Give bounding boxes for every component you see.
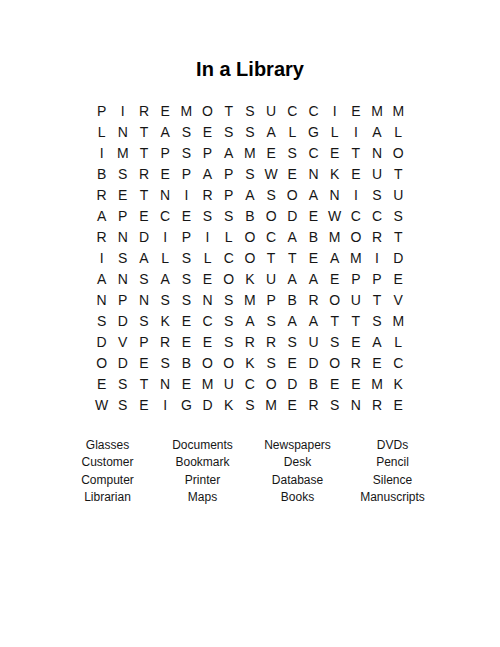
grid-cell: P bbox=[176, 226, 197, 247]
grid-cell: S bbox=[261, 310, 282, 331]
grid-cell: R bbox=[197, 184, 218, 205]
grid-cell: I bbox=[91, 142, 112, 163]
grid-cell: E bbox=[345, 331, 366, 352]
grid-cell: O bbox=[197, 352, 218, 373]
grid-cell: O bbox=[261, 373, 282, 394]
grid-cell: A bbox=[91, 268, 112, 289]
grid-cell: N bbox=[91, 289, 112, 310]
grid-cell: R bbox=[91, 184, 112, 205]
grid-cell: P bbox=[91, 100, 112, 121]
grid-cell: R bbox=[345, 352, 366, 373]
grid-cell: D bbox=[388, 247, 409, 268]
grid-cell: M bbox=[197, 373, 218, 394]
grid-cell: C bbox=[366, 205, 387, 226]
word-list-item: Customer bbox=[60, 455, 155, 469]
grid-cell: T bbox=[388, 226, 409, 247]
grid-cell: S bbox=[282, 331, 303, 352]
grid-cell: A bbox=[197, 163, 218, 184]
grid-cell: S bbox=[324, 394, 345, 415]
grid-cell: O bbox=[261, 205, 282, 226]
grid-cell: D bbox=[282, 373, 303, 394]
word-list-item: Books bbox=[250, 490, 345, 504]
grid-cell: R bbox=[303, 289, 324, 310]
grid-cell: I bbox=[197, 226, 218, 247]
grid-cell: M bbox=[176, 100, 197, 121]
grid-cell: E bbox=[282, 394, 303, 415]
grid-cell: S bbox=[112, 163, 133, 184]
grid-cell: S bbox=[155, 289, 176, 310]
grid-cell: U bbox=[345, 289, 366, 310]
grid-cell: R bbox=[155, 331, 176, 352]
grid-cell: N bbox=[112, 226, 133, 247]
grid-cell: E bbox=[176, 373, 197, 394]
grid-cell: O bbox=[218, 268, 239, 289]
grid-cell: R bbox=[133, 163, 154, 184]
grid-cell: G bbox=[303, 121, 324, 142]
grid-cell: W bbox=[324, 205, 345, 226]
grid-cell: M bbox=[366, 373, 387, 394]
grid-cell: D bbox=[112, 310, 133, 331]
grid-cell: A bbox=[133, 247, 154, 268]
word-list-item: Desk bbox=[250, 455, 345, 469]
grid-cell: T bbox=[388, 163, 409, 184]
grid-cell: S bbox=[112, 394, 133, 415]
grid-cell: S bbox=[133, 268, 154, 289]
grid-cell: B bbox=[176, 352, 197, 373]
word-list-item: Bookmark bbox=[155, 455, 250, 469]
grid-cell: I bbox=[155, 394, 176, 415]
word-list-item: Librarian bbox=[60, 490, 155, 504]
grid-cell: S bbox=[197, 205, 218, 226]
grid-cell: N bbox=[366, 142, 387, 163]
grid-cell: T bbox=[218, 100, 239, 121]
word-list-item: Pencil bbox=[345, 455, 440, 469]
grid-cell: O bbox=[218, 352, 239, 373]
grid-cell: N bbox=[303, 163, 324, 184]
grid-cell: E bbox=[176, 331, 197, 352]
grid-cell: E bbox=[303, 205, 324, 226]
grid-cell: S bbox=[176, 142, 197, 163]
grid-cell: E bbox=[388, 394, 409, 415]
grid-cell: S bbox=[91, 310, 112, 331]
word-list-item: Glasses bbox=[60, 438, 155, 452]
grid-cell: P bbox=[112, 289, 133, 310]
grid-cell: E bbox=[176, 205, 197, 226]
grid-cell: S bbox=[239, 394, 260, 415]
grid-cell: M bbox=[239, 289, 260, 310]
grid-cell: G bbox=[176, 394, 197, 415]
grid-cell: A bbox=[218, 142, 239, 163]
grid-cell: C bbox=[197, 310, 218, 331]
word-list-item: Newspapers bbox=[250, 438, 345, 452]
grid-cell: E bbox=[282, 352, 303, 373]
grid-cell: T bbox=[133, 184, 154, 205]
grid-cell: B bbox=[282, 289, 303, 310]
grid-cell: U bbox=[303, 331, 324, 352]
grid-cell: E bbox=[133, 394, 154, 415]
grid-cell: P bbox=[176, 163, 197, 184]
grid-cell: I bbox=[176, 184, 197, 205]
grid-cell: I bbox=[345, 121, 366, 142]
grid-cell: I bbox=[91, 247, 112, 268]
grid-cell: N bbox=[345, 394, 366, 415]
grid-cell: P bbox=[261, 289, 282, 310]
grid-cell: T bbox=[324, 310, 345, 331]
grid-cell: K bbox=[239, 352, 260, 373]
grid-cell: I bbox=[112, 100, 133, 121]
word-list-item: Database bbox=[250, 473, 345, 487]
page-title: In a Library bbox=[0, 58, 500, 81]
grid-cell: B bbox=[239, 205, 260, 226]
grid-cell: E bbox=[388, 268, 409, 289]
grid-cell: S bbox=[218, 289, 239, 310]
word-list: GlassesDocumentsNewspapersDVDsCustomerBo… bbox=[60, 438, 440, 504]
grid-cell: C bbox=[282, 100, 303, 121]
grid-cell: A bbox=[282, 268, 303, 289]
grid-cell: A bbox=[155, 268, 176, 289]
grid-cell: L bbox=[218, 226, 239, 247]
grid-cell: C bbox=[303, 100, 324, 121]
grid-cell: I bbox=[155, 226, 176, 247]
grid-cell: O bbox=[282, 184, 303, 205]
grid-cell: O bbox=[239, 247, 260, 268]
grid-cell: S bbox=[239, 100, 260, 121]
grid-cell: U bbox=[261, 100, 282, 121]
grid-cell: U bbox=[388, 184, 409, 205]
grid-cell: S bbox=[261, 184, 282, 205]
grid-cell: K bbox=[324, 163, 345, 184]
grid-cell: O bbox=[91, 352, 112, 373]
grid-cell: L bbox=[155, 247, 176, 268]
grid-cell: R bbox=[239, 331, 260, 352]
grid-cell: S bbox=[239, 163, 260, 184]
grid-cell: R bbox=[303, 394, 324, 415]
grid-cell: A bbox=[366, 121, 387, 142]
grid-cell: V bbox=[112, 331, 133, 352]
grid-cell: R bbox=[366, 226, 387, 247]
grid-cell: R bbox=[133, 100, 154, 121]
grid-cell: E bbox=[91, 373, 112, 394]
grid-cell: C bbox=[155, 205, 176, 226]
grid-cell: L bbox=[91, 121, 112, 142]
grid-cell: O bbox=[324, 289, 345, 310]
grid-cell: E bbox=[133, 205, 154, 226]
grid-cell: A bbox=[303, 310, 324, 331]
grid-cell: E bbox=[112, 184, 133, 205]
grid-cell: P bbox=[218, 184, 239, 205]
grid-cell: S bbox=[261, 352, 282, 373]
grid-cell: D bbox=[112, 352, 133, 373]
grid-cell: E bbox=[155, 100, 176, 121]
grid-cell: A bbox=[303, 268, 324, 289]
grid-cell: N bbox=[155, 373, 176, 394]
grid-cell: P bbox=[155, 142, 176, 163]
grid-cell: S bbox=[218, 331, 239, 352]
word-list-item: Printer bbox=[155, 473, 250, 487]
grid-cell: N bbox=[112, 268, 133, 289]
word-list-item: Computer bbox=[60, 473, 155, 487]
grid-cell: N bbox=[324, 184, 345, 205]
grid-cell: D bbox=[197, 394, 218, 415]
grid-cell: T bbox=[345, 142, 366, 163]
grid-cell: M bbox=[112, 142, 133, 163]
grid-cell: I bbox=[324, 100, 345, 121]
grid-cell: O bbox=[239, 226, 260, 247]
word-list-item: DVDs bbox=[345, 438, 440, 452]
grid-cell: K bbox=[218, 394, 239, 415]
grid-cell: I bbox=[366, 247, 387, 268]
grid-cell: B bbox=[303, 226, 324, 247]
grid-cell: C bbox=[218, 247, 239, 268]
grid-cell: W bbox=[261, 163, 282, 184]
grid-cell: S bbox=[176, 268, 197, 289]
grid-cell: T bbox=[366, 289, 387, 310]
grid-cell: A bbox=[282, 226, 303, 247]
grid-cell: B bbox=[91, 163, 112, 184]
grid-cell: S bbox=[176, 121, 197, 142]
grid-cell: N bbox=[112, 121, 133, 142]
grid-cell: A bbox=[91, 205, 112, 226]
grid-cell: S bbox=[282, 142, 303, 163]
grid-cell: K bbox=[388, 373, 409, 394]
grid-cell: E bbox=[324, 373, 345, 394]
grid-cell: E bbox=[345, 100, 366, 121]
grid-cell: D bbox=[303, 352, 324, 373]
grid-cell: S bbox=[324, 331, 345, 352]
grid-cell: C bbox=[261, 226, 282, 247]
grid-cell: L bbox=[388, 331, 409, 352]
grid-cell: A bbox=[324, 247, 345, 268]
grid-cell: A bbox=[239, 310, 260, 331]
grid-cell: A bbox=[366, 331, 387, 352]
grid-cell: E bbox=[176, 310, 197, 331]
grid-cell: I bbox=[345, 184, 366, 205]
grid-cell: S bbox=[133, 310, 154, 331]
grid-cell: S bbox=[388, 205, 409, 226]
grid-cell: T bbox=[133, 373, 154, 394]
grid-cell: E bbox=[282, 163, 303, 184]
grid-cell: T bbox=[133, 142, 154, 163]
grid-cell: S bbox=[176, 289, 197, 310]
grid-cell: T bbox=[261, 247, 282, 268]
grid-cell: V bbox=[388, 289, 409, 310]
grid-cell: E bbox=[303, 247, 324, 268]
grid-cell: B bbox=[303, 373, 324, 394]
grid-cell: P bbox=[197, 142, 218, 163]
grid-cell: T bbox=[345, 310, 366, 331]
grid-cell: E bbox=[155, 163, 176, 184]
grid-cell: A bbox=[155, 121, 176, 142]
grid-cell: P bbox=[366, 268, 387, 289]
grid-cell: S bbox=[218, 310, 239, 331]
grid-cell: E bbox=[324, 142, 345, 163]
grid-cell: L bbox=[197, 247, 218, 268]
grid-cell: E bbox=[197, 121, 218, 142]
grid-cell: D bbox=[133, 226, 154, 247]
grid-cell: C bbox=[239, 373, 260, 394]
grid-cell: E bbox=[133, 352, 154, 373]
grid-cell: C bbox=[345, 205, 366, 226]
grid-cell: E bbox=[345, 163, 366, 184]
grid-cell: M bbox=[239, 142, 260, 163]
grid-cell: O bbox=[345, 226, 366, 247]
grid-cell: A bbox=[282, 310, 303, 331]
grid-cell: S bbox=[366, 310, 387, 331]
grid-cell: A bbox=[303, 184, 324, 205]
word-list-item: Silence bbox=[345, 473, 440, 487]
grid-cell: M bbox=[388, 100, 409, 121]
grid-cell: S bbox=[218, 121, 239, 142]
grid-cell: S bbox=[239, 121, 260, 142]
grid-cell: M bbox=[366, 100, 387, 121]
word-list-item: Manuscripts bbox=[345, 490, 440, 504]
grid-cell: S bbox=[112, 247, 133, 268]
grid-cell: N bbox=[197, 289, 218, 310]
grid-cell: E bbox=[197, 268, 218, 289]
grid-cell: O bbox=[324, 352, 345, 373]
grid-cell: E bbox=[197, 331, 218, 352]
grid-cell: M bbox=[345, 247, 366, 268]
word-search-grid: PIREMOTSUCCIEMMLNTASESSALGLIALIMTPSPAMES… bbox=[91, 100, 409, 415]
grid-cell: S bbox=[176, 247, 197, 268]
grid-cell: R bbox=[261, 331, 282, 352]
grid-cell: S bbox=[366, 184, 387, 205]
grid-cell: O bbox=[197, 100, 218, 121]
grid-cell: E bbox=[261, 142, 282, 163]
grid-cell: U bbox=[218, 373, 239, 394]
word-list-item: Documents bbox=[155, 438, 250, 452]
grid-cell: U bbox=[366, 163, 387, 184]
grid-cell: S bbox=[112, 373, 133, 394]
grid-cell: M bbox=[261, 394, 282, 415]
grid-cell: T bbox=[133, 121, 154, 142]
grid-cell: L bbox=[282, 121, 303, 142]
grid-cell: C bbox=[388, 352, 409, 373]
grid-cell: N bbox=[133, 289, 154, 310]
grid-cell: O bbox=[388, 142, 409, 163]
grid-cell: K bbox=[239, 268, 260, 289]
grid-cell: D bbox=[91, 331, 112, 352]
grid-cell: S bbox=[218, 205, 239, 226]
grid-cell: A bbox=[239, 184, 260, 205]
grid-cell: M bbox=[388, 310, 409, 331]
grid-cell: C bbox=[303, 142, 324, 163]
grid-cell: A bbox=[261, 121, 282, 142]
grid-cell: R bbox=[91, 226, 112, 247]
grid-cell: U bbox=[261, 268, 282, 289]
grid-cell: N bbox=[155, 184, 176, 205]
grid-cell: L bbox=[388, 121, 409, 142]
grid-cell: T bbox=[282, 247, 303, 268]
grid-cell: P bbox=[345, 268, 366, 289]
grid-cell: E bbox=[324, 268, 345, 289]
grid-cell: L bbox=[324, 121, 345, 142]
word-list-item: Maps bbox=[155, 490, 250, 504]
grid-cell: E bbox=[345, 373, 366, 394]
grid-cell: P bbox=[112, 205, 133, 226]
grid-cell: S bbox=[155, 352, 176, 373]
grid-cell: W bbox=[91, 394, 112, 415]
grid-cell: M bbox=[324, 226, 345, 247]
grid-cell: K bbox=[155, 310, 176, 331]
grid-cell: R bbox=[366, 394, 387, 415]
grid-cell: D bbox=[282, 205, 303, 226]
grid-cell: E bbox=[366, 352, 387, 373]
grid-cell: P bbox=[218, 163, 239, 184]
grid-cell: P bbox=[133, 331, 154, 352]
